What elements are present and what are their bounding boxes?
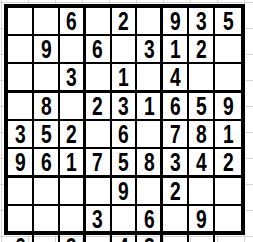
given-digit: 3 bbox=[144, 36, 155, 62]
given-digit: 6 bbox=[170, 93, 181, 119]
cell-r7c3[interactable] bbox=[60, 178, 86, 206]
given-digit: 9 bbox=[170, 8, 181, 34]
cell-r4c1[interactable] bbox=[8, 93, 34, 121]
given-digit: 1 bbox=[66, 149, 77, 175]
cell-r4c5[interactable]: 3 bbox=[112, 93, 138, 121]
cell-r4c6[interactable]: 1 bbox=[137, 93, 163, 121]
sudoku-page: 6293596312314823165935267819617583429236… bbox=[0, 0, 253, 242]
cell-r2c6[interactable]: 3 bbox=[137, 36, 163, 64]
given-digit: 6 bbox=[40, 149, 51, 175]
cell-r7c8[interactable] bbox=[189, 178, 215, 206]
given-digit: 3 bbox=[170, 149, 181, 175]
given-digit: 3 bbox=[118, 93, 129, 119]
given-digit: 9 bbox=[118, 178, 129, 204]
given-digit: 7 bbox=[92, 149, 103, 175]
given-digit: 7 bbox=[170, 121, 181, 147]
given-digit: 9 bbox=[40, 36, 51, 62]
cell-r3c5[interactable]: 1 bbox=[112, 64, 138, 93]
cell-r6c9[interactable]: 2 bbox=[215, 149, 241, 178]
cell-r3c1[interactable] bbox=[8, 64, 34, 93]
given-digit: 1 bbox=[170, 36, 181, 62]
cell-r4c3[interactable] bbox=[60, 93, 86, 121]
cell-r2c1[interactable] bbox=[8, 36, 34, 64]
cell-r7c6[interactable] bbox=[137, 178, 163, 206]
cell-r5c7[interactable]: 7 bbox=[163, 121, 189, 149]
cell-r5c3[interactable]: 2 bbox=[60, 121, 86, 149]
cell-r3c4[interactable] bbox=[86, 64, 112, 93]
cell-r9c5[interactable]: 4 bbox=[112, 234, 138, 242]
cell-r4c7[interactable]: 6 bbox=[163, 93, 189, 121]
cell-r6c8[interactable]: 4 bbox=[189, 149, 215, 178]
cell-r6c2[interactable]: 6 bbox=[34, 149, 60, 178]
cell-r2c7[interactable]: 1 bbox=[163, 36, 189, 64]
cell-r1c5[interactable]: 2 bbox=[112, 8, 138, 36]
given-digit: 4 bbox=[196, 149, 207, 175]
cell-r6c4[interactable]: 7 bbox=[86, 149, 112, 178]
given-digit: 5 bbox=[223, 8, 234, 34]
cell-r1c9[interactable]: 5 bbox=[215, 8, 241, 36]
cell-r9c2[interactable] bbox=[34, 234, 60, 242]
given-digit: 1 bbox=[223, 121, 234, 147]
cell-r4c2[interactable]: 8 bbox=[34, 93, 60, 121]
given-digit: 2 bbox=[92, 93, 103, 119]
cell-r7c9[interactable] bbox=[215, 178, 241, 206]
cell-r2c2[interactable]: 9 bbox=[34, 36, 60, 64]
cell-r2c4[interactable]: 6 bbox=[86, 36, 112, 64]
cell-r2c5[interactable] bbox=[112, 36, 138, 64]
cell-r1c8[interactable]: 3 bbox=[189, 8, 215, 36]
cell-r4c4[interactable]: 2 bbox=[86, 93, 112, 121]
cell-r6c7[interactable]: 3 bbox=[163, 149, 189, 178]
given-digit: 5 bbox=[118, 149, 129, 175]
cell-r5c4[interactable] bbox=[86, 121, 112, 149]
cell-r5c8[interactable]: 8 bbox=[189, 121, 215, 149]
cell-r5c6[interactable] bbox=[137, 121, 163, 149]
cell-r8c1[interactable] bbox=[8, 206, 34, 234]
cell-r5c5[interactable]: 6 bbox=[112, 121, 138, 149]
given-digit: 9 bbox=[66, 234, 77, 242]
given-digit: 9 bbox=[196, 206, 207, 232]
cell-r8c7[interactable] bbox=[163, 206, 189, 234]
cell-r5c2[interactable]: 5 bbox=[34, 121, 60, 149]
cell-r9c7[interactable] bbox=[163, 234, 189, 242]
given-digit: 6 bbox=[118, 121, 129, 147]
given-digit: 8 bbox=[144, 149, 155, 175]
given-digit: 6 bbox=[15, 234, 26, 242]
given-digit: 6 bbox=[66, 8, 77, 34]
cell-r8c9[interactable] bbox=[215, 206, 241, 234]
given-digit: 2 bbox=[118, 8, 129, 34]
cell-r4c9[interactable]: 9 bbox=[215, 93, 241, 121]
cell-r3c6[interactable] bbox=[137, 64, 163, 93]
given-digit: 4 bbox=[170, 64, 181, 90]
cell-r3c8[interactable] bbox=[189, 64, 215, 93]
given-digit: 2 bbox=[170, 178, 181, 204]
given-digit: 8 bbox=[196, 121, 207, 147]
cell-r8c2[interactable] bbox=[34, 206, 60, 234]
cell-r1c1[interactable] bbox=[8, 8, 34, 36]
cell-r4c8[interactable]: 5 bbox=[189, 93, 215, 121]
cell-r7c5[interactable]: 9 bbox=[112, 178, 138, 206]
cell-r7c4[interactable] bbox=[86, 178, 112, 206]
given-digit: 6 bbox=[144, 206, 155, 232]
given-digit: 5 bbox=[196, 93, 207, 119]
cell-r3c9[interactable] bbox=[215, 64, 241, 93]
given-digit: 2 bbox=[223, 149, 234, 175]
given-digit: 9 bbox=[223, 93, 234, 119]
given-digit: 1 bbox=[144, 93, 155, 119]
given-digit: 3 bbox=[15, 121, 26, 147]
cell-r8c8[interactable]: 9 bbox=[189, 206, 215, 234]
cell-r6c6[interactable]: 8 bbox=[137, 149, 163, 178]
given-digit: 2 bbox=[66, 121, 77, 147]
cell-r1c7[interactable]: 9 bbox=[163, 8, 189, 36]
given-digit: 2 bbox=[196, 36, 207, 62]
given-digit: 3 bbox=[66, 64, 77, 90]
cell-r8c6[interactable]: 6 bbox=[137, 206, 163, 234]
cell-r7c7[interactable]: 2 bbox=[163, 178, 189, 206]
cell-r8c3[interactable] bbox=[60, 206, 86, 234]
cell-r2c8[interactable]: 2 bbox=[189, 36, 215, 64]
given-digit: 2 bbox=[144, 234, 155, 242]
cell-r2c9[interactable] bbox=[215, 36, 241, 64]
given-digit: 3 bbox=[196, 8, 207, 34]
cell-r8c4[interactable]: 3 bbox=[86, 206, 112, 234]
cell-r6c3[interactable]: 1 bbox=[60, 149, 86, 178]
cell-r7c2[interactable] bbox=[34, 178, 60, 206]
cell-r6c1[interactable]: 9 bbox=[8, 149, 34, 178]
cell-r1c3[interactable]: 6 bbox=[60, 8, 86, 36]
given-digit: 4 bbox=[118, 234, 129, 242]
cell-r9c4[interactable] bbox=[86, 234, 112, 242]
cell-r7c1[interactable] bbox=[8, 178, 34, 206]
cell-r9c1[interactable]: 6 bbox=[8, 234, 34, 242]
given-digit: 8 bbox=[40, 93, 51, 119]
sudoku-board: 6293596312314823165935267819617583429236… bbox=[4, 4, 245, 235]
cell-r1c4[interactable] bbox=[86, 8, 112, 36]
cell-r9c3[interactable]: 9 bbox=[60, 234, 86, 242]
cell-r9c9[interactable] bbox=[215, 234, 241, 242]
given-digit: 9 bbox=[15, 149, 26, 175]
cell-r8c5[interactable] bbox=[112, 206, 138, 234]
cell-r6c5[interactable]: 5 bbox=[112, 149, 138, 178]
cell-r2c3[interactable] bbox=[60, 36, 86, 64]
cell-r3c7[interactable]: 4 bbox=[163, 64, 189, 93]
given-digit: 1 bbox=[118, 64, 129, 90]
cell-r5c1[interactable]: 3 bbox=[8, 121, 34, 149]
cell-r1c6[interactable] bbox=[137, 8, 163, 36]
given-digit: 3 bbox=[92, 206, 103, 232]
given-digit: 5 bbox=[40, 121, 51, 147]
cell-r1c2[interactable] bbox=[34, 8, 60, 36]
cell-r9c8[interactable] bbox=[189, 234, 215, 242]
cell-r5c9[interactable]: 1 bbox=[215, 121, 241, 149]
given-digit: 6 bbox=[92, 36, 103, 62]
cell-r3c2[interactable] bbox=[34, 64, 60, 93]
cell-r3c3[interactable]: 3 bbox=[60, 64, 86, 93]
cell-r9c6[interactable]: 2 bbox=[137, 234, 163, 242]
